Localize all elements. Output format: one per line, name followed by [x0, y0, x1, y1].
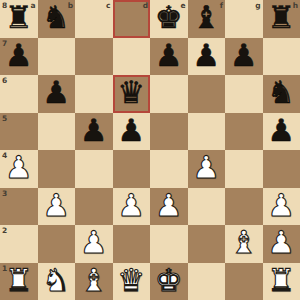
black-pawn[interactable]: ♟ — [192, 40, 220, 71]
square-f2[interactable] — [188, 225, 226, 263]
square-b3[interactable]: ♟ — [38, 188, 76, 226]
square-h8[interactable]: h♜ — [263, 0, 301, 38]
square-e1[interactable]: ♚ — [150, 263, 188, 300]
square-e7[interactable]: ♟ — [150, 38, 188, 76]
square-g6[interactable] — [225, 75, 263, 113]
square-f3[interactable] — [188, 188, 226, 226]
rank-label-2: 2 — [2, 227, 7, 235]
square-a1[interactable]: 1♜ — [0, 263, 38, 300]
rank-label-5: 5 — [2, 115, 7, 123]
square-g1[interactable] — [225, 263, 263, 300]
square-e4[interactable] — [150, 150, 188, 188]
square-h6[interactable]: ♞ — [263, 75, 301, 113]
black-knight[interactable]: ♞ — [267, 77, 295, 108]
square-d6[interactable]: ♛ — [113, 75, 151, 113]
square-g5[interactable] — [225, 113, 263, 151]
black-pawn[interactable]: ♟ — [230, 40, 258, 71]
square-c7[interactable] — [75, 38, 113, 76]
square-h7[interactable] — [263, 38, 301, 76]
white-rook[interactable]: ♜ — [5, 265, 33, 296]
file-label-c: c — [106, 2, 110, 10]
black-knight[interactable]: ♞ — [42, 2, 70, 33]
square-b4[interactable] — [38, 150, 76, 188]
square-f1[interactable] — [188, 263, 226, 300]
square-g3[interactable] — [225, 188, 263, 226]
square-g8[interactable]: g — [225, 0, 263, 38]
square-f4[interactable]: ♟ — [188, 150, 226, 188]
black-rook[interactable]: ♜ — [267, 2, 295, 33]
square-e8[interactable]: e♚ — [150, 0, 188, 38]
square-h4[interactable] — [263, 150, 301, 188]
white-rook[interactable]: ♜ — [267, 265, 295, 296]
square-e5[interactable] — [150, 113, 188, 151]
square-d8[interactable]: d — [113, 0, 151, 38]
square-e2[interactable] — [150, 225, 188, 263]
square-a8[interactable]: 8a♜ — [0, 0, 38, 38]
square-a7[interactable]: 7♟ — [0, 38, 38, 76]
white-pawn[interactable]: ♟ — [267, 190, 295, 221]
square-h3[interactable]: ♟ — [263, 188, 301, 226]
square-c1[interactable]: ♝ — [75, 263, 113, 300]
square-g7[interactable]: ♟ — [225, 38, 263, 76]
square-e6[interactable] — [150, 75, 188, 113]
black-bishop[interactable]: ♝ — [192, 2, 220, 33]
white-pawn[interactable]: ♟ — [192, 152, 220, 183]
square-b8[interactable]: b♞ — [38, 0, 76, 38]
square-a4[interactable]: 4♟ — [0, 150, 38, 188]
square-a2[interactable]: 2 — [0, 225, 38, 263]
white-pawn[interactable]: ♟ — [42, 190, 70, 221]
white-queen[interactable]: ♛ — [117, 265, 145, 296]
square-a6[interactable]: 6 — [0, 75, 38, 113]
square-d4[interactable] — [113, 150, 151, 188]
white-bishop[interactable]: ♝ — [230, 227, 258, 258]
square-c5[interactable]: ♟ — [75, 113, 113, 151]
square-c2[interactable]: ♟ — [75, 225, 113, 263]
white-pawn[interactable]: ♟ — [117, 190, 145, 221]
black-pawn[interactable]: ♟ — [155, 40, 183, 71]
file-label-g: g — [255, 2, 260, 10]
white-king[interactable]: ♚ — [155, 265, 183, 296]
square-d1[interactable]: ♛ — [113, 263, 151, 300]
square-g2[interactable]: ♝ — [225, 225, 263, 263]
square-h5[interactable]: ♟ — [263, 113, 301, 151]
black-pawn[interactable]: ♟ — [42, 77, 70, 108]
square-e3[interactable]: ♟ — [150, 188, 188, 226]
square-f5[interactable] — [188, 113, 226, 151]
square-f8[interactable]: f♝ — [188, 0, 226, 38]
white-pawn[interactable]: ♟ — [267, 227, 295, 258]
square-h1[interactable]: ♜ — [263, 263, 301, 300]
square-b1[interactable]: ♞ — [38, 263, 76, 300]
file-label-d: d — [143, 2, 148, 10]
square-f6[interactable] — [188, 75, 226, 113]
rank-label-6: 6 — [2, 77, 7, 85]
rank-label-3: 3 — [2, 190, 7, 198]
square-h2[interactable]: ♟ — [263, 225, 301, 263]
square-d7[interactable] — [113, 38, 151, 76]
square-b7[interactable] — [38, 38, 76, 76]
square-a3[interactable]: 3 — [0, 188, 38, 226]
square-b2[interactable] — [38, 225, 76, 263]
white-knight[interactable]: ♞ — [42, 265, 70, 296]
black-pawn[interactable]: ♟ — [5, 40, 33, 71]
black-rook[interactable]: ♜ — [5, 2, 33, 33]
black-king[interactable]: ♚ — [155, 2, 183, 33]
square-c4[interactable] — [75, 150, 113, 188]
square-d5[interactable]: ♟ — [113, 113, 151, 151]
square-a5[interactable]: 5 — [0, 113, 38, 151]
square-c8[interactable]: c — [75, 0, 113, 38]
square-f7[interactable]: ♟ — [188, 38, 226, 76]
square-c6[interactable] — [75, 75, 113, 113]
square-d3[interactable]: ♟ — [113, 188, 151, 226]
file-label-f: f — [220, 2, 223, 10]
square-c3[interactable] — [75, 188, 113, 226]
square-b6[interactable]: ♟ — [38, 75, 76, 113]
white-pawn[interactable]: ♟ — [155, 190, 183, 221]
square-g4[interactable] — [225, 150, 263, 188]
white-pawn[interactable]: ♟ — [80, 227, 108, 258]
square-d2[interactable] — [113, 225, 151, 263]
black-pawn[interactable]: ♟ — [80, 115, 108, 146]
square-b5[interactable] — [38, 113, 76, 151]
white-pawn[interactable]: ♟ — [5, 152, 33, 183]
black-pawn[interactable]: ♟ — [267, 115, 295, 146]
chess-board: 8a♜b♞cde♚f♝gh♜7♟♟♟♟6♟♛♞5♟♟♟4♟♟3♟♟♟♟2♟♝♟1… — [0, 0, 300, 300]
white-bishop[interactable]: ♝ — [80, 265, 108, 296]
black-pawn[interactable]: ♟ — [117, 115, 145, 146]
black-queen[interactable]: ♛ — [117, 77, 145, 108]
